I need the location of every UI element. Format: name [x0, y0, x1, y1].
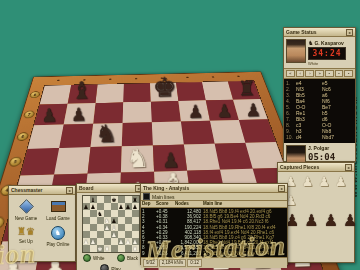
player-top-name: G. Kasparov — [314, 40, 343, 46]
square-b7[interactable]: ♟ — [64, 103, 96, 125]
mini-piece: ♚ — [97, 245, 102, 252]
mini-square-h8[interactable]: ♜ — [132, 196, 139, 203]
black-knight-piece: ♞ — [95, 121, 118, 146]
status-segment: 0:12 — [187, 259, 202, 267]
mini-square-h5[interactable] — [132, 217, 139, 224]
player-bottom-name: J. Polgar — [308, 145, 329, 151]
captured-titlebar[interactable]: Captured Pieces x — [278, 163, 354, 172]
mini-square-b1[interactable] — [90, 245, 97, 252]
mini-square-d1[interactable]: ♜ — [104, 245, 111, 252]
analysis-titlebar[interactable]: The King - Analysis x — [141, 184, 287, 193]
close-icon[interactable]: x — [346, 29, 353, 36]
captured-row: ♟ — [278, 191, 354, 210]
status-title: Game Status — [286, 29, 344, 35]
mini-piece: ♟ — [125, 203, 130, 210]
frame-hole — [237, 76, 240, 78]
move-list[interactable]: 1.e4e52.Nf3Nc63.Bb5a64.Ba4Nf65.O-OBe76.R… — [284, 79, 355, 143]
mini-square-h7[interactable]: ♟ — [132, 203, 139, 210]
mini-square-e3[interactable]: ♟ — [111, 231, 118, 238]
mini-square-h3[interactable] — [132, 231, 139, 238]
white-move[interactable]: d4 — [296, 134, 322, 140]
captured-row: ♟♟♟♟ — [278, 172, 354, 191]
mini-square-c3[interactable] — [97, 231, 104, 238]
black-move[interactable]: Nbd7 — [322, 134, 353, 140]
mini-piece: ♟ — [132, 238, 137, 245]
mini-square-g2[interactable]: ♟ — [125, 238, 132, 245]
player-top-side: White — [308, 61, 353, 66]
mini-square-c7[interactable] — [97, 203, 104, 210]
captured-row: ♟♟♟♟♟ — [278, 210, 354, 232]
square-a7[interactable]: ♟ — [34, 104, 68, 126]
pieces-icon: ♜♛ — [17, 225, 35, 238]
analysis-column-headers: DepScoreNodesMain line — [141, 201, 287, 208]
mini-square-a1[interactable] — [83, 245, 90, 252]
option-white[interactable]: White — [83, 254, 105, 262]
quick-title: Chessmaster — [11, 187, 64, 193]
play-online-button[interactable]: ♞ Play Online — [43, 224, 73, 248]
square-c5[interactable] — [88, 146, 122, 173]
dark-dot-icon — [100, 264, 109, 270]
mini-piece: ♚ — [111, 196, 116, 203]
mini-square-d4[interactable]: ♟ — [104, 224, 111, 231]
analysis-nodes: 6,411,203 — [174, 251, 202, 256]
mini-square-b3[interactable] — [90, 231, 97, 238]
mini-square-e4[interactable]: ♝ — [111, 224, 118, 231]
close-icon[interactable]: x — [66, 187, 73, 194]
mini-piece: ♟ — [90, 238, 95, 245]
mini-title: Board — [79, 185, 133, 191]
player-top-info: ♞ G. Kasparov 34:24 White — [284, 37, 355, 68]
mini-square-g3[interactable] — [125, 231, 132, 238]
mini-square-f8[interactable] — [118, 196, 125, 203]
mini-square-f5[interactable] — [118, 217, 125, 224]
mini-square-e1[interactable] — [111, 245, 118, 252]
square-f5[interactable] — [184, 144, 220, 171]
mini-square-a7[interactable]: ♟ — [83, 203, 90, 210]
mini-square-c6[interactable]: ♞ — [97, 210, 104, 217]
captured-title: Captured Pieces — [280, 164, 343, 170]
square-b5[interactable] — [54, 147, 90, 174]
mini-square-e5[interactable]: ♟ — [111, 217, 118, 224]
mini-piece: ♟ — [111, 231, 116, 238]
mini-square-g8[interactable] — [125, 196, 132, 203]
analysis-score: +0.26 — [155, 251, 174, 256]
mini-square-e2[interactable] — [111, 238, 118, 245]
green-dot-icon — [83, 254, 91, 262]
app-screen: ♝♚♜♟♟♟♟♟♞♞♟♟♝♟♟♟♟♟♟♚♜♜ a8b7c6d5e4f3g2h1 … — [0, 0, 360, 270]
analysis-depth: 9 — [141, 251, 155, 256]
toolbar-item[interactable]: • — [335, 70, 344, 77]
mini-square-a6[interactable] — [83, 210, 90, 217]
stack-icon — [51, 201, 66, 212]
mini-square-c4[interactable] — [97, 224, 104, 231]
frame-hole — [57, 80, 60, 82]
rank-label-5: 5 — [8, 157, 23, 167]
analysis-lines[interactable]: 1+0.4512,48018.Nd5 Bb8 19.f4 exf4 20.exf… — [141, 208, 287, 257]
analysis-row[interactable]: 9+0.266,411,20318.Nd5 Ne7 19.Nxe7 Kxe7 2… — [141, 251, 287, 256]
mini-piece: ♜ — [132, 245, 137, 252]
black-king-piece: ♚ — [152, 74, 176, 101]
mini-square-c5[interactable] — [97, 217, 104, 224]
frame-hole — [83, 79, 86, 81]
toolbar-item[interactable]: • — [325, 70, 334, 77]
player-top-photo — [286, 39, 306, 63]
square-d6[interactable] — [122, 122, 153, 146]
mini-square-c2[interactable] — [97, 238, 104, 245]
analysis-window: The King - Analysis x Main lines DepScor… — [140, 183, 288, 265]
mini-square-f3[interactable] — [118, 231, 125, 238]
play-toggle[interactable]: Play — [77, 264, 144, 270]
captured-black-pawn: ♟ — [343, 213, 357, 229]
close-icon[interactable]: x — [278, 185, 285, 192]
mini-piece: ♞ — [104, 217, 109, 224]
black-pawn-piece: ♟ — [245, 101, 261, 119]
mini-titlebar[interactable]: Board x — [77, 184, 144, 193]
analysis-col-main-line: Main line — [202, 201, 287, 207]
rank-label-6: 6 — [16, 132, 30, 141]
mini-square-h1[interactable]: ♜ — [132, 245, 139, 252]
square-f8[interactable] — [176, 82, 206, 101]
square-b8[interactable]: ♝ — [68, 84, 98, 103]
close-icon[interactable]: x — [345, 164, 352, 171]
mini-square-a8[interactable] — [83, 196, 90, 203]
rank-label-7: 7 — [23, 111, 36, 119]
mini-square-e6[interactable] — [111, 210, 118, 217]
quick-start-window: Chessmaster x New Game Load Game ♜♛ Set … — [8, 185, 76, 262]
square-a8[interactable] — [40, 85, 72, 104]
black-pawn-piece: ♟ — [41, 106, 57, 124]
analysis-col-score: Score — [155, 201, 174, 207]
mini-square-g6[interactable] — [125, 210, 132, 217]
captured-pieces-window: Captured Pieces x ♟♟♟♟♟♟♟♟♟♟ — [277, 162, 355, 263]
black-pawn-piece: ♟ — [161, 150, 179, 171]
mini-square-a4[interactable] — [83, 224, 90, 231]
mini-piece: ♟ — [125, 238, 130, 245]
mini-square-d5[interactable]: ♞ — [104, 217, 111, 224]
move-row[interactable]: 10.d4Nbd7 — [286, 134, 353, 140]
mini-square-h2[interactable]: ♟ — [132, 238, 139, 245]
mini-piece: ♟ — [90, 203, 95, 210]
player-bottom-clock: 05:04 — [308, 152, 353, 162]
mini-square-b7[interactable]: ♟ — [90, 203, 97, 210]
black-bishop-piece: ♝ — [71, 79, 93, 103]
mini-piece: ♟ — [118, 203, 123, 210]
player-top-clock: 34:24 — [308, 47, 346, 60]
black-pawn-piece: ♟ — [216, 102, 232, 120]
diamond-icon — [19, 199, 34, 214]
analysis-col-dep: Dep — [141, 201, 155, 207]
player-top-name-row: ♞ G. Kasparov — [308, 39, 353, 46]
square-e5[interactable]: ♟ — [153, 145, 187, 172]
square-h6[interactable] — [239, 119, 276, 143]
toolbar-item[interactable]: « — [286, 70, 295, 77]
square-h7[interactable]: ♟ — [233, 99, 268, 120]
mini-board-window: Board x ♝♚♜♟♟♟♟♟♞♞♟♟♝♟♟♟♟♟♟♚♜♜ White Bla… — [76, 183, 145, 270]
analysis-title: The King - Analysis — [143, 185, 276, 191]
mini-square-b5[interactable] — [90, 217, 97, 224]
globe-icon: ♞ — [51, 226, 65, 240]
status-segment: 2,184 kN/s — [159, 259, 187, 267]
mini-square-h4[interactable] — [132, 224, 139, 231]
captured-white-pawn: ♟ — [302, 175, 314, 188]
frame-hole — [135, 78, 137, 80]
analysis-mainline: 18.Nd5 Ne7 19.Nxe7 Kxe7 20.f4 f6 — [202, 251, 287, 256]
black-rook-piece: ♜ — [237, 79, 255, 99]
move-number: 10. — [286, 134, 296, 140]
setup-position-button[interactable]: ♜♛ Set Up — [11, 224, 41, 248]
status-titlebar[interactable]: Game Status x — [284, 28, 355, 37]
captured-white-pawn: ♟ — [335, 175, 347, 188]
mini-piece: ♞ — [97, 210, 102, 217]
captured-black-pawn: ♟ — [324, 213, 338, 229]
mini-square-d2[interactable] — [104, 238, 111, 245]
mini-square-b8[interactable]: ♝ — [90, 196, 97, 203]
toolbar-item[interactable]: » — [315, 70, 324, 77]
square-e8[interactable]: ♚ — [150, 83, 178, 102]
square-a5[interactable] — [20, 148, 59, 176]
mini-square-a5[interactable] — [83, 217, 90, 224]
rank-label-8: 8 — [29, 91, 41, 98]
toolbar-item[interactable]: • — [344, 70, 353, 77]
mini-piece: ♟ — [111, 217, 116, 224]
white-knight-piece: ♞ — [125, 145, 149, 172]
green-dot-icon — [117, 254, 125, 262]
mini-piece: ♟ — [83, 238, 88, 245]
mini-square-f1[interactable] — [118, 245, 125, 252]
mini-square-b2[interactable]: ♟ — [90, 238, 97, 245]
option-black[interactable]: Black — [117, 254, 138, 262]
mini-square-g5[interactable] — [125, 217, 132, 224]
mini-square-d7[interactable] — [104, 203, 111, 210]
square-d5[interactable]: ♞ — [121, 145, 154, 172]
mini-square-c8[interactable] — [97, 196, 104, 203]
captured-white-pawn: ♟ — [318, 175, 330, 188]
mini-square-b4[interactable] — [90, 224, 97, 231]
mini-square-g4[interactable] — [125, 224, 132, 231]
captured-black-pawn: ♟ — [304, 213, 318, 229]
mini-piece: ♟ — [83, 203, 88, 210]
captured-tray: ♟♟♟♟♟♟♟♟♟♟ — [278, 172, 354, 232]
load-game-button[interactable]: Load Game — [43, 197, 73, 222]
square-f7[interactable]: ♟ — [178, 100, 210, 121]
square-e6[interactable] — [152, 121, 184, 145]
square-d8[interactable] — [123, 83, 151, 102]
mini-square-a3[interactable] — [83, 231, 90, 238]
square-c6[interactable]: ♞ — [91, 123, 123, 147]
frame-hole — [161, 77, 163, 79]
mini-piece: ♜ — [104, 245, 109, 252]
mini-piece: ♟ — [104, 224, 109, 231]
frame-hole — [109, 78, 111, 80]
mini-square-d8[interactable] — [104, 196, 111, 203]
square-f6[interactable] — [181, 121, 215, 145]
frame-hole — [186, 77, 189, 79]
mini-square-b6[interactable] — [90, 210, 97, 217]
status-toolbar: «‹›»••• — [284, 68, 355, 79]
mini-square-d6[interactable] — [104, 210, 111, 217]
status-segment: 9/32 — [143, 259, 158, 267]
mini-square-a2[interactable]: ♟ — [83, 238, 90, 245]
toolbar-item[interactable]: ‹ — [296, 70, 305, 77]
square-b6[interactable] — [59, 124, 93, 148]
mini-square-g7[interactable]: ♟ — [125, 203, 132, 210]
mini-piece: ♜ — [132, 196, 137, 203]
black-pawn-piece: ♟ — [187, 103, 203, 121]
list-icon — [143, 193, 150, 200]
square-d7[interactable] — [123, 102, 152, 123]
mini-square-f6[interactable] — [118, 210, 125, 217]
square-c8[interactable] — [95, 84, 123, 103]
square-a6[interactable] — [28, 125, 64, 149]
game-status-window: Game Status x ♞ G. Kasparov 34:24 White … — [283, 27, 356, 162]
mini-square-e8[interactable]: ♚ — [111, 196, 118, 203]
mini-square-c1[interactable]: ♚ — [97, 245, 104, 252]
mini-square-f7[interactable]: ♟ — [118, 203, 125, 210]
analysis-toolbar[interactable]: Main lines — [141, 193, 287, 201]
square-h8[interactable]: ♜ — [228, 81, 260, 100]
quick-titlebar[interactable]: Chessmaster x — [9, 186, 75, 195]
mini-board[interactable]: ♝♚♜♟♟♟♟♟♞♞♟♟♝♟♟♟♟♟♟♚♜♜ — [82, 195, 140, 253]
mini-square-g1[interactable] — [125, 245, 132, 252]
frame-hole — [212, 76, 215, 78]
mini-square-f4[interactable] — [118, 224, 125, 231]
toolbar-item[interactable]: › — [305, 70, 314, 77]
mini-piece: ♟ — [132, 203, 137, 210]
new-game-button[interactable]: New Game — [11, 197, 41, 222]
mini-square-d3[interactable] — [104, 231, 111, 238]
black-pawn-piece: ♟ — [70, 106, 86, 124]
square-e7[interactable] — [151, 101, 181, 122]
mini-square-f2[interactable]: ♟ — [118, 238, 125, 245]
square-c7[interactable] — [93, 102, 123, 123]
mini-piece: ♝ — [90, 196, 95, 203]
mini-square-e7[interactable] — [111, 203, 118, 210]
mini-square-h6[interactable] — [132, 210, 139, 217]
analysis-statusbar: 9/322,184 kN/s0:12 — [141, 257, 287, 268]
analysis-col-nodes: Nodes — [174, 201, 202, 207]
mini-piece: ♝ — [111, 224, 116, 231]
knight-icon: ♞ — [308, 39, 313, 46]
mini-piece: ♟ — [118, 238, 123, 245]
